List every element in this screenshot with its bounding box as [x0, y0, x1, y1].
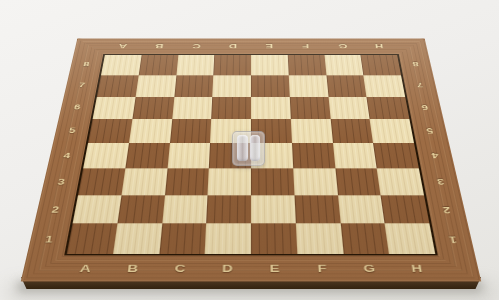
square-g4	[333, 143, 377, 168]
rank-left-label-8: 8	[69, 54, 103, 74]
file-labels-top: ABCDEFGH	[103, 38, 399, 54]
square-d6	[211, 97, 251, 120]
rank-right-label-4: 4	[416, 143, 455, 169]
square-e6	[251, 97, 291, 120]
square-e3	[251, 168, 294, 195]
translucent-object	[232, 131, 265, 166]
square-h3	[377, 168, 424, 195]
file-top-label-c: C	[177, 38, 215, 54]
square-d2	[206, 195, 251, 223]
rank-right-label-7: 7	[403, 75, 438, 97]
square-d8	[213, 55, 251, 75]
rank-right-label-1: 1	[432, 225, 475, 256]
square-g6	[328, 97, 370, 120]
object-pill-left	[237, 135, 248, 161]
square-c4	[167, 143, 210, 168]
square-g8	[324, 55, 363, 75]
square-g3	[335, 168, 381, 195]
square-a4	[83, 143, 129, 168]
rank-left-label-1: 1	[27, 225, 70, 256]
square-f4	[292, 143, 335, 168]
square-d3	[208, 168, 251, 195]
square-b8	[138, 55, 177, 75]
square-e1	[251, 224, 297, 254]
square-h8	[361, 55, 401, 75]
square-g2	[337, 195, 384, 223]
square-f8	[288, 55, 326, 75]
rank-left-label-6: 6	[59, 96, 95, 119]
square-a3	[78, 168, 125, 195]
square-c2	[162, 195, 208, 223]
square-b2	[117, 195, 164, 223]
rank-left-label-3: 3	[41, 169, 81, 196]
square-e8	[251, 55, 289, 75]
file-bottom-label-h: H	[391, 255, 443, 281]
square-h6	[367, 97, 410, 120]
square-h4	[373, 143, 419, 168]
object-pill-right	[250, 135, 261, 161]
file-labels-bottom: ABCDEFGH	[59, 255, 443, 281]
square-c6	[172, 97, 213, 120]
square-g5	[330, 119, 373, 143]
square-h7	[364, 75, 406, 96]
file-bottom-label-f: F	[298, 255, 347, 281]
square-a1	[67, 224, 117, 254]
file-top-label-a: A	[103, 38, 142, 54]
file-bottom-label-g: G	[344, 255, 395, 281]
square-d7	[212, 75, 251, 96]
rank-left-label-4: 4	[47, 143, 86, 169]
rank-left-label-7: 7	[64, 75, 99, 97]
square-f3	[293, 168, 338, 195]
rank-left-label-5: 5	[53, 119, 91, 143]
square-b6	[132, 97, 174, 120]
file-bottom-label-b: B	[107, 255, 158, 281]
square-b7	[135, 75, 176, 96]
rank-right-label-2: 2	[426, 196, 468, 225]
square-b5	[129, 119, 172, 143]
rank-right-label-6: 6	[407, 96, 443, 119]
square-h5	[370, 119, 414, 143]
square-e2	[251, 195, 296, 223]
square-c1	[159, 224, 207, 254]
file-top-label-d: D	[214, 38, 251, 54]
photo-background: ABCDEFGH ABCDEFGH 87654321 87654321	[0, 0, 499, 300]
square-b3	[121, 168, 167, 195]
square-a6	[93, 97, 136, 120]
rank-right-label-8: 8	[399, 54, 433, 74]
rank-left-label-2: 2	[34, 196, 76, 225]
file-bottom-label-a: A	[59, 255, 111, 281]
square-c8	[176, 55, 214, 75]
square-b1	[113, 224, 162, 254]
file-top-label-h: H	[360, 38, 399, 54]
square-a8	[101, 55, 141, 75]
square-b4	[125, 143, 169, 168]
file-bottom-label-c: C	[155, 255, 204, 281]
rank-right-label-3: 3	[421, 169, 461, 196]
square-c7	[174, 75, 214, 96]
square-c3	[165, 168, 210, 195]
square-f2	[294, 195, 340, 223]
square-g1	[340, 224, 389, 254]
file-bottom-label-d: D	[203, 255, 251, 281]
square-e7	[251, 75, 290, 96]
rank-right-label-5: 5	[411, 119, 449, 143]
file-top-label-e: E	[251, 38, 288, 54]
file-top-label-b: B	[140, 38, 178, 54]
square-a2	[73, 195, 122, 223]
square-f5	[291, 119, 333, 143]
file-top-label-g: G	[323, 38, 361, 54]
square-f1	[296, 224, 344, 254]
file-top-label-f: F	[287, 38, 325, 54]
square-a7	[97, 75, 139, 96]
square-f7	[289, 75, 329, 96]
file-bottom-label-e: E	[251, 255, 299, 281]
square-c5	[170, 119, 212, 143]
square-g7	[326, 75, 367, 96]
square-d1	[205, 224, 251, 254]
square-f6	[290, 97, 331, 120]
square-h2	[381, 195, 430, 223]
square-h1	[385, 224, 435, 254]
square-a5	[88, 119, 132, 143]
